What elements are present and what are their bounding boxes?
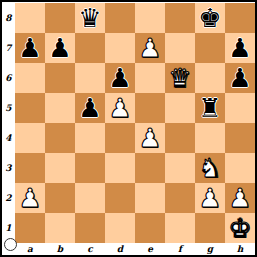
white-knight: ♞	[195, 153, 225, 183]
square-a3[interactable]	[15, 153, 45, 183]
square-c6[interactable]	[75, 63, 105, 93]
file-label-c: c	[75, 243, 105, 255]
square-f7[interactable]	[165, 33, 195, 63]
rank-label-8: 8	[2, 3, 15, 33]
square-a7[interactable]: ♟	[15, 33, 45, 63]
square-g7[interactable]	[195, 33, 225, 63]
black-pawn: ♟	[225, 33, 255, 63]
square-h8[interactable]	[225, 3, 255, 33]
square-e5[interactable]	[135, 93, 165, 123]
square-g3[interactable]: ♞	[195, 153, 225, 183]
file-label-b: b	[45, 243, 75, 255]
square-f6[interactable]: ♛	[165, 63, 195, 93]
square-b1[interactable]	[45, 213, 75, 243]
square-h1[interactable]: ♚	[225, 213, 255, 243]
file-label-f: f	[165, 243, 195, 255]
square-h6[interactable]: ♟	[225, 63, 255, 93]
square-e7[interactable]: ♟	[135, 33, 165, 63]
black-pawn: ♟	[75, 93, 105, 123]
black-pawn: ♟	[45, 33, 75, 63]
white-king: ♚	[225, 213, 255, 243]
square-b3[interactable]	[45, 153, 75, 183]
white-pawn: ♟	[105, 93, 135, 123]
white-pawn: ♟	[225, 183, 255, 213]
file-label-d: d	[105, 243, 135, 255]
square-d3[interactable]	[105, 153, 135, 183]
rank-label-5: 5	[2, 93, 15, 123]
square-g2[interactable]: ♟	[195, 183, 225, 213]
square-c7[interactable]	[75, 33, 105, 63]
square-d2[interactable]	[105, 183, 135, 213]
square-e4[interactable]: ♟	[135, 123, 165, 153]
rank-label-7: 7	[2, 33, 15, 63]
square-a6[interactable]	[15, 63, 45, 93]
black-pawn: ♟	[15, 33, 45, 63]
square-h4[interactable]	[225, 123, 255, 153]
square-d7[interactable]	[105, 33, 135, 63]
square-a1[interactable]	[15, 213, 45, 243]
black-pawn: ♟	[225, 63, 255, 93]
square-h3[interactable]	[225, 153, 255, 183]
square-c1[interactable]	[75, 213, 105, 243]
square-g1[interactable]	[195, 213, 225, 243]
square-d6[interactable]: ♟	[105, 63, 135, 93]
square-e6[interactable]	[135, 63, 165, 93]
square-e3[interactable]	[135, 153, 165, 183]
square-h7[interactable]: ♟	[225, 33, 255, 63]
rank-labels: 87654321	[2, 3, 15, 243]
square-h5[interactable]	[225, 93, 255, 123]
square-h2[interactable]: ♟	[225, 183, 255, 213]
rank-label-3: 3	[2, 153, 15, 183]
file-label-e: e	[135, 243, 165, 255]
white-pawn: ♟	[135, 33, 165, 63]
square-g8[interactable]: ♚	[195, 3, 225, 33]
square-e8[interactable]	[135, 3, 165, 33]
square-d8[interactable]	[105, 3, 135, 33]
square-g6[interactable]	[195, 63, 225, 93]
square-d4[interactable]	[105, 123, 135, 153]
square-e1[interactable]	[135, 213, 165, 243]
square-a4[interactable]	[15, 123, 45, 153]
square-c5[interactable]: ♟	[75, 93, 105, 123]
square-a8[interactable]	[15, 3, 45, 33]
file-label-h: h	[225, 243, 255, 255]
square-a2[interactable]: ♟	[15, 183, 45, 213]
white-pawn: ♟	[195, 183, 225, 213]
square-f8[interactable]	[165, 3, 195, 33]
square-c8[interactable]: ♛	[75, 3, 105, 33]
square-b4[interactable]	[45, 123, 75, 153]
square-c2[interactable]	[75, 183, 105, 213]
rank-label-2: 2	[2, 183, 15, 213]
square-f1[interactable]	[165, 213, 195, 243]
file-label-g: g	[195, 243, 225, 255]
chess-board: ♛♚♟♟♟♟♟♛♟♟♟♜♟♞♟♟♟♚	[15, 3, 255, 243]
square-b8[interactable]	[45, 3, 75, 33]
black-queen: ♛	[75, 3, 105, 33]
file-labels: abcdefgh	[15, 243, 255, 255]
square-g4[interactable]	[195, 123, 225, 153]
square-b7[interactable]: ♟	[45, 33, 75, 63]
square-f2[interactable]	[165, 183, 195, 213]
square-e2[interactable]	[135, 183, 165, 213]
chess-diagram: 87654321 ♛♚♟♟♟♟♟♛♟♟♟♜♟♞♟♟♟♚ abcdefgh	[0, 0, 257, 257]
square-g5[interactable]: ♜	[195, 93, 225, 123]
white-queen: ♛	[165, 63, 195, 93]
file-label-a: a	[15, 243, 45, 255]
square-b5[interactable]	[45, 93, 75, 123]
square-f3[interactable]	[165, 153, 195, 183]
square-b2[interactable]	[45, 183, 75, 213]
rank-label-4: 4	[2, 123, 15, 153]
square-c3[interactable]	[75, 153, 105, 183]
square-d5[interactable]: ♟	[105, 93, 135, 123]
black-king: ♚	[195, 3, 225, 33]
square-b6[interactable]	[45, 63, 75, 93]
black-pawn: ♟	[105, 63, 135, 93]
black-rook: ♜	[195, 93, 225, 123]
square-a5[interactable]	[15, 93, 45, 123]
square-f5[interactable]	[165, 93, 195, 123]
rank-label-6: 6	[2, 63, 15, 93]
square-c4[interactable]	[75, 123, 105, 153]
square-f4[interactable]	[165, 123, 195, 153]
square-d1[interactable]	[105, 213, 135, 243]
white-to-move-indicator	[4, 238, 17, 251]
white-pawn: ♟	[135, 123, 165, 153]
white-pawn: ♟	[15, 183, 45, 213]
